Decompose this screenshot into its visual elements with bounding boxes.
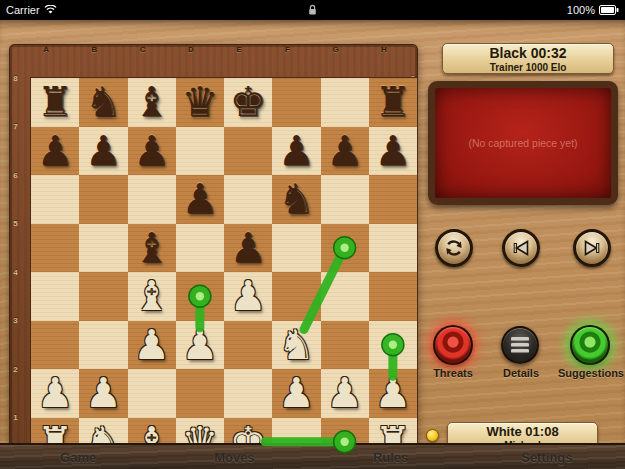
square-f4[interactable] [272,272,320,321]
square-d3[interactable]: ♟ [176,321,224,370]
square-a4[interactable] [31,272,79,321]
square-d5[interactable] [176,224,224,273]
suggestions-label: Suggestions [546,367,625,379]
white-pawn-h2[interactable]: ♟ [374,369,411,417]
step-forward-icon [581,237,603,259]
app-screen: Carrier 100% ABCDEFGH [0,0,625,469]
coord-label: D [167,45,215,54]
file-labels-top: ABCDEFGH [22,45,408,54]
black-pawn-g7[interactable]: ♟ [326,127,363,175]
square-c7[interactable]: ♟ [128,127,176,176]
square-b2[interactable]: ♟ [79,369,127,418]
white-pawn-e4[interactable]: ♟ [230,272,267,320]
square-f2[interactable]: ♟ [272,369,320,418]
details-button[interactable] [501,326,539,364]
square-c4[interactable]: ♝ [128,272,176,321]
white-turn-indicator [426,429,439,442]
square-c3[interactable]: ♟ [128,321,176,370]
square-e4[interactable]: ♟ [224,272,272,321]
square-b6[interactable] [79,175,127,224]
square-c2[interactable] [128,369,176,418]
black-queen-d8[interactable]: ♛ [181,78,218,126]
suggestions-button[interactable] [570,325,610,365]
bottom-menu-bar: Game Moves Rules Settings [0,443,625,469]
coord-label: H [360,45,408,54]
black-bishop-c8[interactable]: ♝ [133,78,170,126]
square-g3[interactable] [321,321,369,370]
square-a6[interactable] [31,175,79,224]
square-f3[interactable]: ♞ [272,321,320,370]
square-d6[interactable]: ♟ [176,175,224,224]
square-b8[interactable]: ♞ [79,78,127,127]
square-h6[interactable] [369,175,417,224]
menu-moves[interactable]: Moves [156,450,312,465]
black-bishop-c5[interactable]: ♝ [133,224,170,272]
black-pawn-a7[interactable]: ♟ [37,127,74,175]
rotate-board-button[interactable] [435,229,473,267]
square-f5[interactable] [272,224,320,273]
rank-labels-left: 87654321 [10,54,21,442]
black-clock-plaque: Black 00:32 Trainer 1000 Elo [442,43,614,74]
coord-label: 3 [10,297,21,346]
status-bar: Carrier 100% [0,0,625,20]
white-pawn-a2[interactable]: ♟ [37,369,74,417]
black-pawn-c7[interactable]: ♟ [133,127,170,175]
square-c6[interactable] [128,175,176,224]
square-f7[interactable]: ♟ [272,127,320,176]
square-d2[interactable] [176,369,224,418]
square-h5[interactable] [369,224,417,273]
square-e7[interactable] [224,127,272,176]
coord-label: E [215,45,263,54]
square-h4[interactable] [369,272,417,321]
captured-pieces-tray: (No captured piece yet) [428,81,618,205]
black-pawn-f7[interactable]: ♟ [278,127,315,175]
square-h3[interactable] [369,321,417,370]
square-e3[interactable] [224,321,272,370]
square-a8[interactable]: ♜ [31,78,79,127]
white-pawn-f2[interactable]: ♟ [278,369,315,417]
square-g8[interactable] [321,78,369,127]
black-rook-h8[interactable]: ♜ [374,78,411,126]
square-g7[interactable]: ♟ [321,127,369,176]
square-g6[interactable] [321,175,369,224]
black-knight-f6[interactable]: ♞ [278,175,315,223]
white-pawn-d3[interactable]: ♟ [181,321,218,369]
white-pawn-c3[interactable]: ♟ [133,321,170,369]
white-bishop-c4[interactable]: ♝ [133,272,170,320]
coord-label: 8 [10,54,21,103]
coord-label: C [119,45,167,54]
square-e2[interactable] [224,369,272,418]
square-f8[interactable] [272,78,320,127]
black-rook-a8[interactable]: ♜ [37,78,74,126]
coord-label: 4 [10,248,21,297]
rotate-icon [443,237,465,259]
square-d8[interactable]: ♛ [176,78,224,127]
square-a3[interactable] [31,321,79,370]
square-g2[interactable]: ♟ [321,369,369,418]
coord-label: B [70,45,118,54]
coord-label: 2 [10,345,21,394]
white-pawn-b2[interactable]: ♟ [85,369,122,417]
square-b7[interactable]: ♟ [79,127,127,176]
coord-label: A [22,45,70,54]
square-h8[interactable]: ♜ [369,78,417,127]
square-a7[interactable]: ♟ [31,127,79,176]
black-player-name: Trainer 1000 Elo [443,62,613,73]
coord-label: 6 [10,151,21,200]
square-d4[interactable] [176,272,224,321]
black-pawn-b7[interactable]: ♟ [85,127,122,175]
square-f6[interactable]: ♞ [272,175,320,224]
black-pawn-d6[interactable]: ♟ [181,175,218,223]
square-h2[interactable]: ♟ [369,369,417,418]
details-list-icon [510,336,530,354]
lock-icon [308,4,317,16]
threats-button[interactable] [433,325,473,365]
captured-empty-text: (No captured piece yet) [468,137,577,149]
coord-label: 7 [10,103,21,152]
menu-settings[interactable]: Settings [469,450,625,465]
square-e6[interactable] [224,175,272,224]
board-grid: ♜♞♝♛♚♜♟♟♟♟♟♟♟♞♝♟♝♟♟♟♞♟♟♟♟♟♜♞♝♛♚♜ [30,77,418,467]
step-back-icon [510,237,532,259]
menu-game[interactable]: Game [0,450,156,465]
black-knight-b8[interactable]: ♞ [85,78,122,126]
next-move-button[interactable] [573,229,611,267]
white-pawn-g2[interactable]: ♟ [326,369,363,417]
square-e5[interactable]: ♟ [224,224,272,273]
square-d7[interactable] [176,127,224,176]
square-g5[interactable] [321,224,369,273]
black-pawn-e5[interactable]: ♟ [230,224,267,272]
coord-label: 1 [10,394,21,443]
main-area: ABCDEFGH ABCDEFGH 87654321 87654321 ♜♞♝♛… [0,20,625,443]
black-clock: Black 00:32 [443,45,613,62]
square-b3[interactable] [79,321,127,370]
square-a5[interactable] [31,224,79,273]
square-e8[interactable]: ♚ [224,78,272,127]
square-c5[interactable]: ♝ [128,224,176,273]
square-b4[interactable] [79,272,127,321]
square-g4[interactable] [321,272,369,321]
square-a2[interactable]: ♟ [31,369,79,418]
square-b5[interactable] [79,224,127,273]
coord-label: G [312,45,360,54]
square-h7[interactable]: ♟ [369,127,417,176]
white-clock: White 01:08 [448,424,597,440]
square-c8[interactable]: ♝ [128,78,176,127]
white-knight-f3[interactable]: ♞ [278,321,315,369]
black-pawn-h7[interactable]: ♟ [374,127,411,175]
black-king-e8[interactable]: ♚ [230,78,267,126]
coord-label: F [263,45,311,54]
previous-move-button[interactable] [502,229,540,267]
coord-label: 5 [10,200,21,249]
menu-rules[interactable]: Rules [313,450,469,465]
chess-board: ABCDEFGH ABCDEFGH 87654321 87654321 ♜♞♝♛… [9,44,418,461]
